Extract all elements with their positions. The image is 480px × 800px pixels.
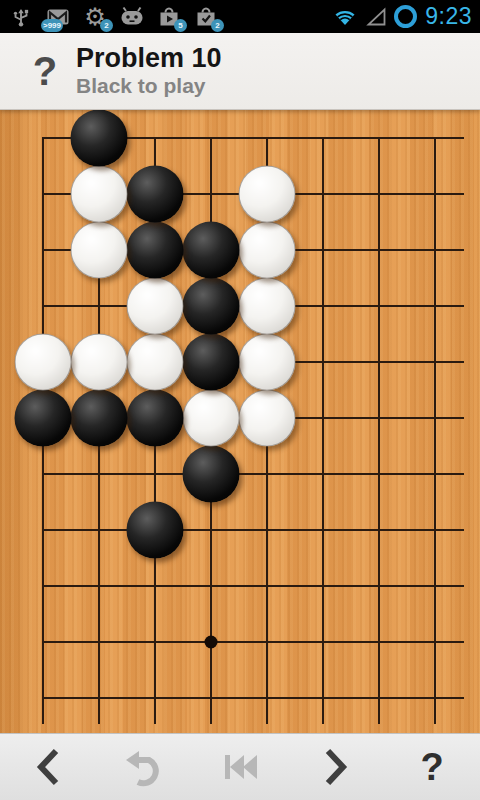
wifi-icon bbox=[332, 4, 358, 30]
black-stone bbox=[127, 502, 184, 559]
black-stone bbox=[183, 222, 240, 279]
clock: 9:23 bbox=[425, 3, 472, 30]
chevron-right-icon bbox=[319, 744, 353, 790]
white-stone bbox=[71, 222, 128, 279]
star-point bbox=[205, 636, 218, 649]
status-bar: >999 ⚙ 2 5 bbox=[0, 0, 480, 33]
grid-line-v bbox=[378, 137, 380, 724]
grid-line-h bbox=[42, 529, 464, 531]
skip-to-start-icon bbox=[217, 744, 263, 790]
rewind-to-start-button[interactable] bbox=[192, 734, 288, 800]
white-stone bbox=[239, 222, 296, 279]
grid-line-h bbox=[42, 697, 464, 699]
market-check-badge: 2 bbox=[211, 19, 224, 32]
grid-line-h bbox=[42, 473, 464, 475]
white-stone bbox=[71, 166, 128, 223]
problem-status-icon[interactable]: ? bbox=[30, 36, 60, 106]
cyanogenmod-icon bbox=[119, 4, 145, 30]
header-titles: Problem 10 Black to play bbox=[76, 43, 222, 99]
gmail-icon: >999 bbox=[45, 4, 71, 30]
notification-icons: >999 ⚙ 2 5 bbox=[8, 4, 219, 30]
undo-icon bbox=[120, 744, 168, 790]
back-button[interactable] bbox=[0, 734, 96, 800]
market-check-icon: 2 bbox=[193, 4, 219, 30]
white-stone bbox=[239, 166, 296, 223]
question-mark-icon: ? bbox=[420, 748, 443, 786]
grid-line-h bbox=[42, 585, 464, 587]
play-store-icon: 5 bbox=[156, 4, 182, 30]
white-stone bbox=[127, 278, 184, 335]
black-stone bbox=[71, 390, 128, 447]
play-store-badge: 5 bbox=[174, 19, 187, 32]
app-header: ? Problem 10 Black to play bbox=[0, 33, 480, 110]
page-title: Problem 10 bbox=[76, 43, 222, 73]
hint-button[interactable]: ? bbox=[384, 734, 480, 800]
black-stone bbox=[183, 446, 240, 503]
white-stone bbox=[183, 390, 240, 447]
chevron-left-icon bbox=[31, 744, 65, 790]
usb-icon bbox=[8, 4, 34, 30]
white-stone bbox=[239, 390, 296, 447]
data-circle-icon bbox=[394, 5, 417, 28]
settings-sync-badge: 2 bbox=[100, 19, 113, 32]
white-stone bbox=[127, 334, 184, 391]
black-stone bbox=[127, 390, 184, 447]
system-status-icons: 9:23 bbox=[332, 3, 472, 30]
white-stone bbox=[239, 278, 296, 335]
black-stone bbox=[71, 110, 128, 167]
forward-button[interactable] bbox=[288, 734, 384, 800]
bottom-toolbar: ? bbox=[0, 733, 480, 800]
grid-line-v bbox=[434, 137, 436, 724]
black-stone bbox=[183, 334, 240, 391]
white-stone bbox=[239, 334, 296, 391]
signal-empty-icon bbox=[363, 4, 389, 30]
undo-button[interactable] bbox=[96, 734, 192, 800]
grid-line-v bbox=[322, 137, 324, 724]
white-stone bbox=[15, 334, 72, 391]
settings-sync-icon: ⚙ 2 bbox=[82, 4, 108, 30]
black-stone bbox=[127, 166, 184, 223]
black-stone bbox=[183, 278, 240, 335]
go-board[interactable] bbox=[0, 110, 480, 733]
screen: >999 ⚙ 2 5 bbox=[0, 0, 480, 800]
black-stone bbox=[127, 222, 184, 279]
white-stone bbox=[71, 334, 128, 391]
gmail-badge: >999 bbox=[41, 19, 63, 32]
turn-indicator: Black to play bbox=[76, 73, 222, 99]
grid-line-h bbox=[42, 641, 464, 643]
black-stone bbox=[15, 390, 72, 447]
